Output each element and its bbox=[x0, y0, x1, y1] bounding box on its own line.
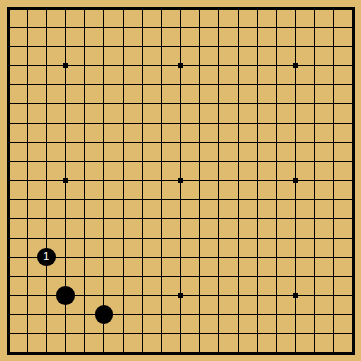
point-L16[interactable] bbox=[190, 56, 209, 75]
point-B1[interactable] bbox=[18, 343, 37, 361]
point-B8[interactable] bbox=[18, 209, 37, 228]
point-R8[interactable] bbox=[305, 209, 324, 228]
point-E2[interactable] bbox=[75, 324, 94, 343]
point-B4[interactable] bbox=[18, 286, 37, 305]
point-Q7[interactable] bbox=[286, 228, 305, 247]
point-G6[interactable] bbox=[113, 247, 132, 266]
point-D6[interactable] bbox=[56, 247, 75, 266]
point-S8[interactable] bbox=[324, 209, 343, 228]
point-P18[interactable] bbox=[267, 18, 286, 37]
point-E8[interactable] bbox=[75, 209, 94, 228]
point-C5[interactable] bbox=[37, 267, 56, 286]
point-D19[interactable] bbox=[56, 0, 75, 18]
point-L6[interactable] bbox=[190, 247, 209, 266]
point-K3[interactable] bbox=[171, 305, 190, 324]
point-E3[interactable] bbox=[75, 305, 94, 324]
point-L14[interactable] bbox=[190, 94, 209, 113]
point-D4[interactable] bbox=[56, 286, 75, 305]
point-D14[interactable] bbox=[56, 94, 75, 113]
point-T6[interactable] bbox=[343, 247, 361, 266]
point-H16[interactable] bbox=[133, 56, 152, 75]
point-E4[interactable] bbox=[75, 286, 94, 305]
point-H5[interactable] bbox=[133, 267, 152, 286]
point-O13[interactable] bbox=[247, 113, 266, 132]
point-N11[interactable] bbox=[228, 152, 247, 171]
point-R1[interactable] bbox=[305, 343, 324, 361]
point-A14[interactable] bbox=[0, 94, 18, 113]
point-E7[interactable] bbox=[75, 228, 94, 247]
point-R14[interactable] bbox=[305, 94, 324, 113]
point-N6[interactable] bbox=[228, 247, 247, 266]
point-P13[interactable] bbox=[267, 113, 286, 132]
point-S4[interactable] bbox=[324, 286, 343, 305]
point-O12[interactable] bbox=[247, 133, 266, 152]
point-F11[interactable] bbox=[94, 152, 113, 171]
point-K10[interactable] bbox=[171, 171, 190, 190]
point-B14[interactable] bbox=[18, 94, 37, 113]
point-M7[interactable] bbox=[209, 228, 228, 247]
point-Q8[interactable] bbox=[286, 209, 305, 228]
point-F3[interactable] bbox=[94, 305, 113, 324]
point-Q13[interactable] bbox=[286, 113, 305, 132]
point-B15[interactable] bbox=[18, 75, 37, 94]
point-P3[interactable] bbox=[267, 305, 286, 324]
point-H17[interactable] bbox=[133, 37, 152, 56]
point-M11[interactable] bbox=[209, 152, 228, 171]
point-A1[interactable] bbox=[0, 343, 18, 361]
point-H7[interactable] bbox=[133, 228, 152, 247]
point-H1[interactable] bbox=[133, 343, 152, 361]
point-N13[interactable] bbox=[228, 113, 247, 132]
point-M14[interactable] bbox=[209, 94, 228, 113]
point-N1[interactable] bbox=[228, 343, 247, 361]
point-T16[interactable] bbox=[343, 56, 361, 75]
point-K2[interactable] bbox=[171, 324, 190, 343]
point-C7[interactable] bbox=[37, 228, 56, 247]
point-J11[interactable] bbox=[152, 152, 171, 171]
point-R12[interactable] bbox=[305, 133, 324, 152]
point-F8[interactable] bbox=[94, 209, 113, 228]
point-L19[interactable] bbox=[190, 0, 209, 18]
point-N12[interactable] bbox=[228, 133, 247, 152]
point-L5[interactable] bbox=[190, 267, 209, 286]
point-K13[interactable] bbox=[171, 113, 190, 132]
point-N15[interactable] bbox=[228, 75, 247, 94]
point-M13[interactable] bbox=[209, 113, 228, 132]
point-D8[interactable] bbox=[56, 209, 75, 228]
point-G10[interactable] bbox=[113, 171, 132, 190]
point-O5[interactable] bbox=[247, 267, 266, 286]
point-S18[interactable] bbox=[324, 18, 343, 37]
point-G9[interactable] bbox=[113, 190, 132, 209]
point-O16[interactable] bbox=[247, 56, 266, 75]
point-K5[interactable] bbox=[171, 267, 190, 286]
point-A7[interactable] bbox=[0, 228, 18, 247]
point-O15[interactable] bbox=[247, 75, 266, 94]
point-T2[interactable] bbox=[343, 324, 361, 343]
point-P1[interactable] bbox=[267, 343, 286, 361]
point-Q11[interactable] bbox=[286, 152, 305, 171]
point-C8[interactable] bbox=[37, 209, 56, 228]
point-N14[interactable] bbox=[228, 94, 247, 113]
point-P12[interactable] bbox=[267, 133, 286, 152]
point-G8[interactable] bbox=[113, 209, 132, 228]
point-C11[interactable] bbox=[37, 152, 56, 171]
point-B12[interactable] bbox=[18, 133, 37, 152]
point-P11[interactable] bbox=[267, 152, 286, 171]
point-S14[interactable] bbox=[324, 94, 343, 113]
point-T5[interactable] bbox=[343, 267, 361, 286]
point-J8[interactable] bbox=[152, 209, 171, 228]
point-R4[interactable] bbox=[305, 286, 324, 305]
point-D15[interactable] bbox=[56, 75, 75, 94]
point-A6[interactable] bbox=[0, 247, 18, 266]
point-J3[interactable] bbox=[152, 305, 171, 324]
point-A11[interactable] bbox=[0, 152, 18, 171]
point-L13[interactable] bbox=[190, 113, 209, 132]
point-K8[interactable] bbox=[171, 209, 190, 228]
point-R5[interactable] bbox=[305, 267, 324, 286]
point-A9[interactable] bbox=[0, 190, 18, 209]
point-C3[interactable] bbox=[37, 305, 56, 324]
point-O7[interactable] bbox=[247, 228, 266, 247]
point-H8[interactable] bbox=[133, 209, 152, 228]
point-C12[interactable] bbox=[37, 133, 56, 152]
point-Q19[interactable] bbox=[286, 0, 305, 18]
point-P7[interactable] bbox=[267, 228, 286, 247]
point-C19[interactable] bbox=[37, 0, 56, 18]
point-R6[interactable] bbox=[305, 247, 324, 266]
point-Q4[interactable] bbox=[286, 286, 305, 305]
point-O9[interactable] bbox=[247, 190, 266, 209]
point-F7[interactable] bbox=[94, 228, 113, 247]
point-G4[interactable] bbox=[113, 286, 132, 305]
point-Q18[interactable] bbox=[286, 18, 305, 37]
point-L15[interactable] bbox=[190, 75, 209, 94]
point-N16[interactable] bbox=[228, 56, 247, 75]
point-M17[interactable] bbox=[209, 37, 228, 56]
point-J17[interactable] bbox=[152, 37, 171, 56]
point-A10[interactable] bbox=[0, 171, 18, 190]
point-D5[interactable] bbox=[56, 267, 75, 286]
point-S12[interactable] bbox=[324, 133, 343, 152]
point-N7[interactable] bbox=[228, 228, 247, 247]
point-B19[interactable] bbox=[18, 0, 37, 18]
point-A4[interactable] bbox=[0, 286, 18, 305]
point-G13[interactable] bbox=[113, 113, 132, 132]
point-J15[interactable] bbox=[152, 75, 171, 94]
point-Q2[interactable] bbox=[286, 324, 305, 343]
point-K12[interactable] bbox=[171, 133, 190, 152]
point-C9[interactable] bbox=[37, 190, 56, 209]
point-N10[interactable] bbox=[228, 171, 247, 190]
point-L10[interactable] bbox=[190, 171, 209, 190]
point-T14[interactable] bbox=[343, 94, 361, 113]
point-O19[interactable] bbox=[247, 0, 266, 18]
point-E1[interactable] bbox=[75, 343, 94, 361]
point-S9[interactable] bbox=[324, 190, 343, 209]
point-A18[interactable] bbox=[0, 18, 18, 37]
point-G3[interactable] bbox=[113, 305, 132, 324]
point-H9[interactable] bbox=[133, 190, 152, 209]
point-F4[interactable] bbox=[94, 286, 113, 305]
point-H4[interactable] bbox=[133, 286, 152, 305]
point-H2[interactable] bbox=[133, 324, 152, 343]
point-N2[interactable] bbox=[228, 324, 247, 343]
point-T1[interactable] bbox=[343, 343, 361, 361]
point-P15[interactable] bbox=[267, 75, 286, 94]
point-N17[interactable] bbox=[228, 37, 247, 56]
point-A16[interactable] bbox=[0, 56, 18, 75]
point-G5[interactable] bbox=[113, 267, 132, 286]
point-J10[interactable] bbox=[152, 171, 171, 190]
point-D18[interactable] bbox=[56, 18, 75, 37]
point-B17[interactable] bbox=[18, 37, 37, 56]
point-D7[interactable] bbox=[56, 228, 75, 247]
point-C14[interactable] bbox=[37, 94, 56, 113]
point-G17[interactable] bbox=[113, 37, 132, 56]
point-L9[interactable] bbox=[190, 190, 209, 209]
point-L11[interactable] bbox=[190, 152, 209, 171]
point-E17[interactable] bbox=[75, 37, 94, 56]
point-R2[interactable] bbox=[305, 324, 324, 343]
point-H15[interactable] bbox=[133, 75, 152, 94]
point-O18[interactable] bbox=[247, 18, 266, 37]
point-H18[interactable] bbox=[133, 18, 152, 37]
point-B16[interactable] bbox=[18, 56, 37, 75]
point-T3[interactable] bbox=[343, 305, 361, 324]
point-Q15[interactable] bbox=[286, 75, 305, 94]
point-M12[interactable] bbox=[209, 133, 228, 152]
point-J14[interactable] bbox=[152, 94, 171, 113]
point-O10[interactable] bbox=[247, 171, 266, 190]
point-R3[interactable] bbox=[305, 305, 324, 324]
point-T12[interactable] bbox=[343, 133, 361, 152]
point-T15[interactable] bbox=[343, 75, 361, 94]
point-R10[interactable] bbox=[305, 171, 324, 190]
point-J2[interactable] bbox=[152, 324, 171, 343]
point-F5[interactable] bbox=[94, 267, 113, 286]
point-L7[interactable] bbox=[190, 228, 209, 247]
point-A3[interactable] bbox=[0, 305, 18, 324]
point-K4[interactable] bbox=[171, 286, 190, 305]
point-B6[interactable] bbox=[18, 247, 37, 266]
point-P19[interactable] bbox=[267, 0, 286, 18]
point-T17[interactable] bbox=[343, 37, 361, 56]
point-D13[interactable] bbox=[56, 113, 75, 132]
point-T13[interactable] bbox=[343, 113, 361, 132]
point-B7[interactable] bbox=[18, 228, 37, 247]
point-Q16[interactable] bbox=[286, 56, 305, 75]
point-H14[interactable] bbox=[133, 94, 152, 113]
point-C10[interactable] bbox=[37, 171, 56, 190]
point-E19[interactable] bbox=[75, 0, 94, 18]
point-O6[interactable] bbox=[247, 247, 266, 266]
point-S16[interactable] bbox=[324, 56, 343, 75]
point-Q5[interactable] bbox=[286, 267, 305, 286]
point-O14[interactable] bbox=[247, 94, 266, 113]
point-Q14[interactable] bbox=[286, 94, 305, 113]
point-S17[interactable] bbox=[324, 37, 343, 56]
point-D17[interactable] bbox=[56, 37, 75, 56]
point-T7[interactable] bbox=[343, 228, 361, 247]
point-O11[interactable] bbox=[247, 152, 266, 171]
point-T4[interactable] bbox=[343, 286, 361, 305]
point-A17[interactable] bbox=[0, 37, 18, 56]
point-S13[interactable] bbox=[324, 113, 343, 132]
point-E18[interactable] bbox=[75, 18, 94, 37]
point-H6[interactable] bbox=[133, 247, 152, 266]
point-S7[interactable] bbox=[324, 228, 343, 247]
point-G15[interactable] bbox=[113, 75, 132, 94]
point-H11[interactable] bbox=[133, 152, 152, 171]
point-G14[interactable] bbox=[113, 94, 132, 113]
point-Q3[interactable] bbox=[286, 305, 305, 324]
point-N8[interactable] bbox=[228, 209, 247, 228]
point-G1[interactable] bbox=[113, 343, 132, 361]
point-C1[interactable] bbox=[37, 343, 56, 361]
point-L17[interactable] bbox=[190, 37, 209, 56]
point-G16[interactable] bbox=[113, 56, 132, 75]
point-R15[interactable] bbox=[305, 75, 324, 94]
point-F17[interactable] bbox=[94, 37, 113, 56]
point-F6[interactable] bbox=[94, 247, 113, 266]
point-K11[interactable] bbox=[171, 152, 190, 171]
point-C15[interactable] bbox=[37, 75, 56, 94]
point-T10[interactable] bbox=[343, 171, 361, 190]
point-D1[interactable] bbox=[56, 343, 75, 361]
point-J5[interactable] bbox=[152, 267, 171, 286]
point-Q10[interactable] bbox=[286, 171, 305, 190]
point-O17[interactable] bbox=[247, 37, 266, 56]
point-K6[interactable] bbox=[171, 247, 190, 266]
point-Q6[interactable] bbox=[286, 247, 305, 266]
point-E5[interactable] bbox=[75, 267, 94, 286]
point-Q17[interactable] bbox=[286, 37, 305, 56]
point-F12[interactable] bbox=[94, 133, 113, 152]
point-E10[interactable] bbox=[75, 171, 94, 190]
point-T8[interactable] bbox=[343, 209, 361, 228]
point-M6[interactable] bbox=[209, 247, 228, 266]
point-A2[interactable] bbox=[0, 324, 18, 343]
point-M4[interactable] bbox=[209, 286, 228, 305]
point-M9[interactable] bbox=[209, 190, 228, 209]
point-J13[interactable] bbox=[152, 113, 171, 132]
point-N19[interactable] bbox=[228, 0, 247, 18]
point-B2[interactable] bbox=[18, 324, 37, 343]
point-Q12[interactable] bbox=[286, 133, 305, 152]
point-P6[interactable] bbox=[267, 247, 286, 266]
point-R18[interactable] bbox=[305, 18, 324, 37]
point-O8[interactable] bbox=[247, 209, 266, 228]
point-S19[interactable] bbox=[324, 0, 343, 18]
point-F14[interactable] bbox=[94, 94, 113, 113]
point-L8[interactable] bbox=[190, 209, 209, 228]
point-T9[interactable] bbox=[343, 190, 361, 209]
point-R17[interactable] bbox=[305, 37, 324, 56]
point-T11[interactable] bbox=[343, 152, 361, 171]
point-P16[interactable] bbox=[267, 56, 286, 75]
point-R19[interactable] bbox=[305, 0, 324, 18]
point-C18[interactable] bbox=[37, 18, 56, 37]
point-L4[interactable] bbox=[190, 286, 209, 305]
point-B18[interactable] bbox=[18, 18, 37, 37]
point-P8[interactable] bbox=[267, 209, 286, 228]
point-S1[interactable] bbox=[324, 343, 343, 361]
point-A5[interactable] bbox=[0, 267, 18, 286]
point-P9[interactable] bbox=[267, 190, 286, 209]
point-F18[interactable] bbox=[94, 18, 113, 37]
point-J19[interactable] bbox=[152, 0, 171, 18]
point-L3[interactable] bbox=[190, 305, 209, 324]
point-G7[interactable] bbox=[113, 228, 132, 247]
point-M15[interactable] bbox=[209, 75, 228, 94]
point-F16[interactable] bbox=[94, 56, 113, 75]
point-C17[interactable] bbox=[37, 37, 56, 56]
point-G18[interactable] bbox=[113, 18, 132, 37]
point-A13[interactable] bbox=[0, 113, 18, 132]
point-K1[interactable] bbox=[171, 343, 190, 361]
point-D11[interactable] bbox=[56, 152, 75, 171]
point-O2[interactable] bbox=[247, 324, 266, 343]
point-S3[interactable] bbox=[324, 305, 343, 324]
point-T19[interactable] bbox=[343, 0, 361, 18]
point-J12[interactable] bbox=[152, 133, 171, 152]
point-K9[interactable] bbox=[171, 190, 190, 209]
point-E13[interactable] bbox=[75, 113, 94, 132]
point-L18[interactable] bbox=[190, 18, 209, 37]
point-M19[interactable] bbox=[209, 0, 228, 18]
point-E6[interactable] bbox=[75, 247, 94, 266]
point-K7[interactable] bbox=[171, 228, 190, 247]
point-B3[interactable] bbox=[18, 305, 37, 324]
point-S10[interactable] bbox=[324, 171, 343, 190]
point-N18[interactable] bbox=[228, 18, 247, 37]
point-T18[interactable] bbox=[343, 18, 361, 37]
point-H12[interactable] bbox=[133, 133, 152, 152]
point-F19[interactable] bbox=[94, 0, 113, 18]
point-G12[interactable] bbox=[113, 133, 132, 152]
point-C2[interactable] bbox=[37, 324, 56, 343]
point-M2[interactable] bbox=[209, 324, 228, 343]
point-B9[interactable] bbox=[18, 190, 37, 209]
point-M5[interactable] bbox=[209, 267, 228, 286]
point-K19[interactable] bbox=[171, 0, 190, 18]
point-E12[interactable] bbox=[75, 133, 94, 152]
point-M1[interactable] bbox=[209, 343, 228, 361]
point-G2[interactable] bbox=[113, 324, 132, 343]
point-K15[interactable] bbox=[171, 75, 190, 94]
point-P4[interactable] bbox=[267, 286, 286, 305]
point-J1[interactable] bbox=[152, 343, 171, 361]
point-P10[interactable] bbox=[267, 171, 286, 190]
point-R13[interactable] bbox=[305, 113, 324, 132]
point-F2[interactable] bbox=[94, 324, 113, 343]
point-S2[interactable] bbox=[324, 324, 343, 343]
point-F1[interactable] bbox=[94, 343, 113, 361]
point-L2[interactable] bbox=[190, 324, 209, 343]
point-E16[interactable] bbox=[75, 56, 94, 75]
point-B11[interactable] bbox=[18, 152, 37, 171]
point-E14[interactable] bbox=[75, 94, 94, 113]
point-M8[interactable] bbox=[209, 209, 228, 228]
point-D9[interactable] bbox=[56, 190, 75, 209]
point-K14[interactable] bbox=[171, 94, 190, 113]
point-S6[interactable] bbox=[324, 247, 343, 266]
point-J18[interactable] bbox=[152, 18, 171, 37]
point-C6[interactable]: 1 bbox=[37, 247, 56, 266]
point-B10[interactable] bbox=[18, 171, 37, 190]
